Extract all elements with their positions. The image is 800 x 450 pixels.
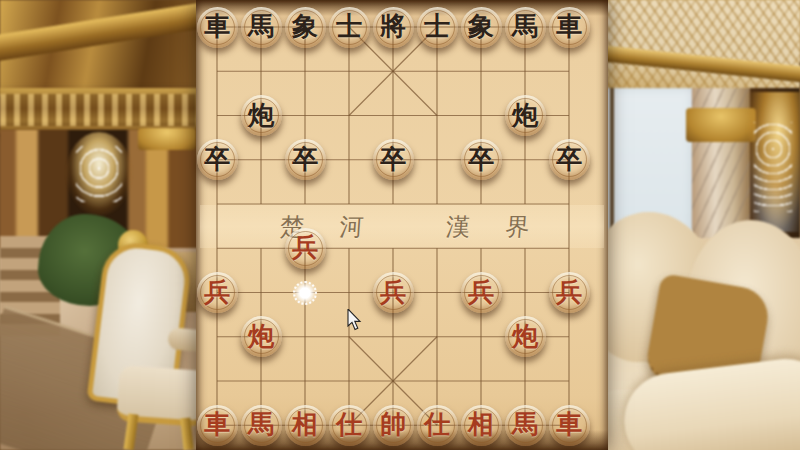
- piece-character: 炮: [512, 102, 538, 128]
- piece-character: 兵: [380, 279, 406, 305]
- piece-red-soldier[interactable]: 兵: [549, 272, 590, 313]
- piece-character: 士: [424, 13, 450, 39]
- piece-red-elephant[interactable]: 相: [285, 405, 326, 446]
- chandelier-decoration: [66, 132, 132, 216]
- piece-character: 相: [292, 411, 318, 437]
- piece-character: 車: [204, 411, 230, 437]
- piece-red-soldier[interactable]: 兵: [197, 272, 238, 313]
- piece-black-horse[interactable]: 馬: [241, 7, 282, 48]
- column-capital-decoration: [138, 128, 196, 150]
- piece-character: 象: [468, 13, 494, 39]
- piece-black-elephant[interactable]: 象: [461, 7, 502, 48]
- background-right-panel: [600, 0, 800, 450]
- piece-character: 卒: [204, 146, 230, 172]
- piece-black-soldier[interactable]: 卒: [285, 139, 326, 180]
- piece-red-advisor[interactable]: 仕: [417, 405, 458, 446]
- piece-black-advisor[interactable]: 士: [329, 7, 370, 48]
- piece-red-chariot[interactable]: 車: [197, 405, 238, 446]
- piece-red-elephant[interactable]: 相: [461, 405, 502, 446]
- board-grid-lines: [196, 0, 608, 450]
- piece-red-horse[interactable]: 馬: [505, 405, 546, 446]
- piece-character: 士: [336, 13, 362, 39]
- piece-character: 兵: [292, 234, 318, 260]
- piece-black-chariot[interactable]: 車: [549, 7, 590, 48]
- piece-character: 仕: [336, 411, 362, 437]
- crystal-sconce-decoration: [746, 92, 800, 232]
- piece-character: 兵: [204, 279, 230, 305]
- piece-black-cannon[interactable]: 炮: [241, 95, 282, 136]
- piece-character: 象: [292, 13, 318, 39]
- piece-black-soldier[interactable]: 卒: [373, 139, 414, 180]
- piece-character: 炮: [248, 323, 274, 349]
- move-origin-marker: [292, 280, 318, 306]
- piece-character: 馬: [512, 411, 538, 437]
- piece-black-general[interactable]: 將: [373, 7, 414, 48]
- piece-character: 馬: [248, 411, 274, 437]
- piece-character: 馬: [512, 13, 538, 39]
- mouse-cursor-icon: [347, 309, 363, 335]
- piece-black-soldier[interactable]: 卒: [549, 139, 590, 180]
- piece-character: 炮: [512, 323, 538, 349]
- piece-red-cannon[interactable]: 炮: [505, 316, 546, 357]
- piece-red-soldier[interactable]: 兵: [373, 272, 414, 313]
- piece-character: 帥: [380, 411, 406, 437]
- piece-black-elephant[interactable]: 象: [285, 7, 326, 48]
- piece-character: 將: [380, 13, 406, 39]
- piece-black-cannon[interactable]: 炮: [505, 95, 546, 136]
- piece-black-soldier[interactable]: 卒: [461, 139, 502, 180]
- piece-red-general[interactable]: 帥: [373, 405, 414, 446]
- piece-character: 車: [556, 13, 582, 39]
- xiangqi-board[interactable]: 楚 河 漢 界 車馬象士將士象馬車炮炮卒卒卒卒卒兵兵兵兵兵炮炮車馬相仕帥仕相馬車: [196, 0, 608, 450]
- piece-character: 仕: [424, 411, 450, 437]
- piece-red-horse[interactable]: 馬: [241, 405, 282, 446]
- piece-character: 車: [204, 13, 230, 39]
- piece-character: 兵: [556, 279, 582, 305]
- piece-black-advisor[interactable]: 士: [417, 7, 458, 48]
- piece-red-advisor[interactable]: 仕: [329, 405, 370, 446]
- piece-character: 卒: [468, 146, 494, 172]
- piece-character: 車: [556, 411, 582, 437]
- piece-character: 炮: [248, 102, 274, 128]
- piece-red-cannon[interactable]: 炮: [241, 316, 282, 357]
- piece-character: 卒: [380, 146, 406, 172]
- piece-black-horse[interactable]: 馬: [505, 7, 546, 48]
- piece-black-soldier[interactable]: 卒: [197, 139, 238, 180]
- piece-red-soldier[interactable]: 兵: [285, 228, 326, 269]
- piece-character: 馬: [248, 13, 274, 39]
- piece-character: 卒: [556, 146, 582, 172]
- piece-character: 相: [468, 411, 494, 437]
- piece-red-soldier[interactable]: 兵: [461, 272, 502, 313]
- screen: { "game": "xiangqi", "position": { "fen"…: [0, 0, 800, 450]
- piece-character: 卒: [292, 146, 318, 172]
- background-left-panel: [0, 0, 200, 450]
- piece-character: 兵: [468, 279, 494, 305]
- river-label-han-jie: 漢 界: [445, 210, 545, 244]
- piece-black-chariot[interactable]: 車: [197, 7, 238, 48]
- piece-red-chariot[interactable]: 車: [549, 405, 590, 446]
